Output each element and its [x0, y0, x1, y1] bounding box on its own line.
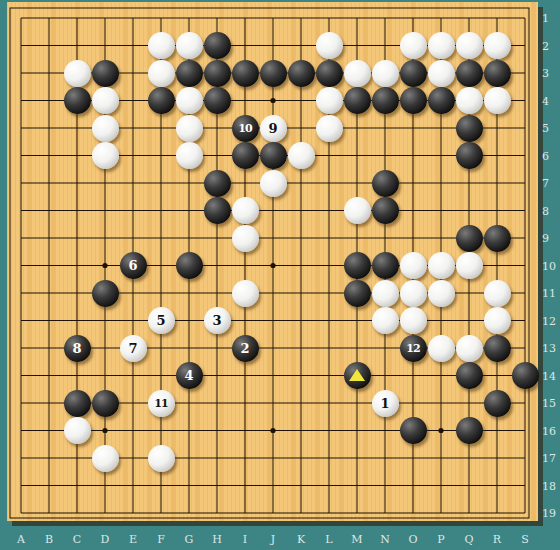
stone-black-Q5[interactable] [456, 115, 483, 142]
stone-white-Q4[interactable] [456, 87, 483, 114]
triangle-marker-icon [349, 369, 365, 381]
stone-black-M4[interactable] [344, 87, 371, 114]
stone-black-O4[interactable] [400, 87, 427, 114]
stone-white-P10[interactable] [428, 252, 455, 279]
stone-white-D17[interactable] [92, 445, 119, 472]
stone-black-N10[interactable] [372, 252, 399, 279]
stone-black-D15[interactable] [92, 390, 119, 417]
column-label-H: H [212, 533, 222, 546]
move-number-label: 6 [128, 259, 137, 272]
stone-black-Q14[interactable] [456, 362, 483, 389]
stone-white-D5[interactable] [92, 115, 119, 142]
stone-black-N7[interactable] [372, 170, 399, 197]
row-label-5: 5 [542, 122, 549, 135]
stone-white-G5[interactable] [176, 115, 203, 142]
column-label-I: I [243, 533, 247, 546]
stone-black-H3[interactable] [204, 60, 231, 87]
move-number-label: 4 [184, 369, 193, 382]
column-label-M: M [351, 533, 362, 546]
column-label-A: A [17, 533, 25, 546]
row-label-2: 2 [542, 39, 549, 52]
stone-white-O12[interactable] [400, 307, 427, 334]
stone-white-F17[interactable] [148, 445, 175, 472]
stone-black-N4[interactable] [372, 87, 399, 114]
row-label-9: 9 [542, 232, 549, 245]
stone-black-I3[interactable] [232, 60, 259, 87]
stone-black-M10[interactable] [344, 252, 371, 279]
stone-white-J7[interactable] [260, 170, 287, 197]
stone-black-G3[interactable] [176, 60, 203, 87]
stone-black-O13[interactable]: 12 [400, 335, 427, 362]
stone-black-I13[interactable]: 2 [232, 335, 259, 362]
column-label-C: C [73, 533, 81, 546]
stone-white-J5[interactable]: 9 [260, 115, 287, 142]
stone-white-N12[interactable] [372, 307, 399, 334]
stone-white-M8[interactable] [344, 197, 371, 224]
stone-white-I8[interactable] [232, 197, 259, 224]
stone-black-S14[interactable] [512, 362, 539, 389]
column-label-N: N [380, 533, 390, 546]
stone-black-J3[interactable] [260, 60, 287, 87]
column-label-Q: Q [464, 533, 473, 546]
stone-white-F12[interactable]: 5 [148, 307, 175, 334]
stone-white-E13[interactable]: 7 [120, 335, 147, 362]
move-number-label: 12 [406, 343, 419, 354]
stone-black-O16[interactable] [400, 417, 427, 444]
stone-white-Q10[interactable] [456, 252, 483, 279]
column-label-J: J [271, 533, 275, 546]
row-label-10: 10 [542, 259, 556, 272]
stone-white-K6[interactable] [288, 142, 315, 169]
stone-black-H2[interactable] [204, 32, 231, 59]
stone-white-C3[interactable] [64, 60, 91, 87]
stone-white-N3[interactable] [372, 60, 399, 87]
stone-white-D6[interactable] [92, 142, 119, 169]
stone-white-G4[interactable] [176, 87, 203, 114]
stone-white-P13[interactable] [428, 335, 455, 362]
stone-black-Q9[interactable] [456, 225, 483, 252]
column-label-O: O [408, 533, 417, 546]
stone-white-I11[interactable] [232, 280, 259, 307]
stone-black-Q16[interactable] [456, 417, 483, 444]
stone-white-O11[interactable] [400, 280, 427, 307]
stone-white-O10[interactable] [400, 252, 427, 279]
stone-white-R12[interactable] [484, 307, 511, 334]
stone-black-C4[interactable] [64, 87, 91, 114]
stone-black-P4[interactable] [428, 87, 455, 114]
stone-black-M11[interactable] [344, 280, 371, 307]
stone-black-J6[interactable] [260, 142, 287, 169]
row-label-6: 6 [542, 149, 549, 162]
stone-white-N11[interactable] [372, 280, 399, 307]
stone-black-O3[interactable] [400, 60, 427, 87]
move-number-label: 1 [380, 397, 389, 410]
stone-white-R4[interactable] [484, 87, 511, 114]
move-number-label: 8 [72, 342, 81, 355]
stone-white-C16[interactable] [64, 417, 91, 444]
row-label-7: 7 [542, 177, 549, 190]
stone-black-H7[interactable] [204, 170, 231, 197]
stone-black-Q3[interactable] [456, 60, 483, 87]
stone-white-R11[interactable] [484, 280, 511, 307]
stone-white-F3[interactable] [148, 60, 175, 87]
column-label-P: P [437, 533, 444, 546]
move-number-label: 11 [154, 398, 167, 409]
row-label-13: 13 [542, 342, 556, 355]
stone-white-R2[interactable] [484, 32, 511, 59]
stone-black-G14[interactable]: 4 [176, 362, 203, 389]
row-label-17: 17 [542, 452, 556, 465]
stone-white-D4[interactable] [92, 87, 119, 114]
row-label-3: 3 [542, 67, 549, 80]
column-label-D: D [101, 533, 110, 546]
stone-black-F4[interactable] [148, 87, 175, 114]
stone-black-R13[interactable] [484, 335, 511, 362]
stone-black-C13[interactable]: 8 [64, 335, 91, 362]
column-label-K: K [297, 533, 305, 546]
stone-black-R15[interactable] [484, 390, 511, 417]
row-label-11: 11 [542, 287, 556, 300]
stone-white-I9[interactable] [232, 225, 259, 252]
stone-black-K3[interactable] [288, 60, 315, 87]
stone-black-R3[interactable] [484, 60, 511, 87]
column-label-L: L [325, 533, 332, 546]
stone-black-H4[interactable] [204, 87, 231, 114]
stone-black-H8[interactable] [204, 197, 231, 224]
stone-white-L4[interactable] [316, 87, 343, 114]
row-label-19: 19 [542, 507, 556, 520]
row-label-4: 4 [542, 94, 549, 107]
stone-black-I6[interactable] [232, 142, 259, 169]
stone-white-H12[interactable]: 3 [204, 307, 231, 334]
stone-white-L2[interactable] [316, 32, 343, 59]
move-number-label: 2 [240, 342, 249, 355]
stone-white-G6[interactable] [176, 142, 203, 169]
stone-white-P2[interactable] [428, 32, 455, 59]
row-label-18: 18 [542, 479, 556, 492]
move-number-label: 3 [212, 314, 221, 327]
column-label-S: S [521, 533, 529, 546]
stone-black-E10[interactable]: 6 [120, 252, 147, 279]
stone-black-D11[interactable] [92, 280, 119, 307]
column-label-B: B [45, 533, 53, 546]
stone-white-F15[interactable]: 11 [148, 390, 175, 417]
move-number-label: 10 [238, 123, 251, 134]
stone-black-I5[interactable]: 10 [232, 115, 259, 142]
column-label-E: E [129, 533, 137, 546]
stone-white-L5[interactable] [316, 115, 343, 142]
column-label-G: G [185, 533, 194, 546]
stone-black-M14[interactable] [344, 362, 371, 389]
move-number-label: 7 [128, 342, 137, 355]
row-label-1: 1 [542, 12, 549, 25]
row-label-16: 16 [542, 424, 556, 437]
stone-white-P3[interactable] [428, 60, 455, 87]
column-label-R: R [493, 533, 501, 546]
stone-white-G2[interactable] [176, 32, 203, 59]
stone-white-Q13[interactable] [456, 335, 483, 362]
column-label-F: F [157, 533, 165, 546]
stone-white-M3[interactable] [344, 60, 371, 87]
row-label-15: 15 [542, 397, 556, 410]
stone-white-F2[interactable] [148, 32, 175, 59]
move-number-label: 9 [268, 122, 277, 135]
stone-black-C15[interactable] [64, 390, 91, 417]
stone-black-N8[interactable] [372, 197, 399, 224]
stone-black-G10[interactable] [176, 252, 203, 279]
move-number-label: 5 [156, 314, 165, 327]
row-label-14: 14 [542, 369, 556, 382]
go-app-window: { "game": "go", "board_size": 19, "app":… [0, 0, 560, 550]
stone-white-O2[interactable] [400, 32, 427, 59]
row-label-12: 12 [542, 314, 556, 327]
stone-black-L3[interactable] [316, 60, 343, 87]
row-label-8: 8 [542, 204, 549, 217]
stone-white-Q2[interactable] [456, 32, 483, 59]
stone-black-R9[interactable] [484, 225, 511, 252]
stone-white-N15[interactable]: 1 [372, 390, 399, 417]
stone-black-D3[interactable] [92, 60, 119, 87]
stone-white-P11[interactable] [428, 280, 455, 307]
stone-black-Q6[interactable] [456, 142, 483, 169]
